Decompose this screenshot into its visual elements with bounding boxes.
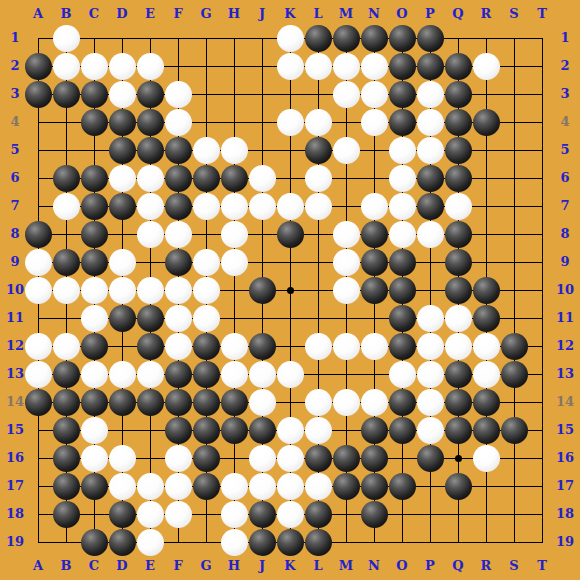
intersection-M4[interactable] [332, 108, 360, 136]
intersection-O3[interactable] [388, 80, 416, 108]
intersection-B14[interactable] [52, 388, 80, 416]
intersection-M9[interactable] [332, 248, 360, 276]
intersection-P10[interactable] [416, 276, 444, 304]
intersection-C13[interactable] [80, 360, 108, 388]
intersection-P4[interactable] [416, 108, 444, 136]
intersection-N5[interactable] [360, 136, 388, 164]
intersection-G13[interactable] [192, 360, 220, 388]
intersection-L18[interactable] [304, 500, 332, 528]
intersection-S14[interactable] [500, 388, 528, 416]
intersection-Q9[interactable] [444, 248, 472, 276]
intersection-C1[interactable] [80, 24, 108, 52]
intersection-L11[interactable] [304, 304, 332, 332]
intersection-F6[interactable] [164, 164, 192, 192]
intersection-N8[interactable] [360, 220, 388, 248]
intersection-F7[interactable] [164, 192, 192, 220]
intersection-G14[interactable] [192, 388, 220, 416]
intersection-H17[interactable] [220, 472, 248, 500]
intersection-M6[interactable] [332, 164, 360, 192]
intersection-K19[interactable] [276, 528, 304, 556]
intersection-N1[interactable] [360, 24, 388, 52]
intersection-F12[interactable] [164, 332, 192, 360]
intersection-G2[interactable] [192, 52, 220, 80]
intersection-J14[interactable] [248, 388, 276, 416]
intersection-G8[interactable] [192, 220, 220, 248]
intersection-P15[interactable] [416, 416, 444, 444]
intersection-P11[interactable] [416, 304, 444, 332]
intersection-R12[interactable] [472, 332, 500, 360]
intersection-F9[interactable] [164, 248, 192, 276]
intersection-L14[interactable] [304, 388, 332, 416]
intersection-R18[interactable] [472, 500, 500, 528]
intersection-M10[interactable] [332, 276, 360, 304]
intersection-D5[interactable] [108, 136, 136, 164]
intersection-D4[interactable] [108, 108, 136, 136]
intersection-G9[interactable] [192, 248, 220, 276]
intersection-G3[interactable] [192, 80, 220, 108]
intersection-E9[interactable] [136, 248, 164, 276]
intersection-A17[interactable] [24, 472, 52, 500]
intersection-C12[interactable] [80, 332, 108, 360]
intersection-H11[interactable] [220, 304, 248, 332]
intersection-D15[interactable] [108, 416, 136, 444]
intersection-D13[interactable] [108, 360, 136, 388]
intersection-A11[interactable] [24, 304, 52, 332]
intersection-G17[interactable] [192, 472, 220, 500]
intersection-Q16[interactable] [444, 444, 472, 472]
intersection-F14[interactable] [164, 388, 192, 416]
intersection-P9[interactable] [416, 248, 444, 276]
intersection-C6[interactable] [80, 164, 108, 192]
intersection-N16[interactable] [360, 444, 388, 472]
intersection-P19[interactable] [416, 528, 444, 556]
intersection-O4[interactable] [388, 108, 416, 136]
intersection-N7[interactable] [360, 192, 388, 220]
intersection-L6[interactable] [304, 164, 332, 192]
intersection-K14[interactable] [276, 388, 304, 416]
intersection-R13[interactable] [472, 360, 500, 388]
intersection-A19[interactable] [24, 528, 52, 556]
intersection-D10[interactable] [108, 276, 136, 304]
intersection-M19[interactable] [332, 528, 360, 556]
intersection-Q6[interactable] [444, 164, 472, 192]
intersection-R4[interactable] [472, 108, 500, 136]
intersection-J8[interactable] [248, 220, 276, 248]
intersection-D7[interactable] [108, 192, 136, 220]
intersection-Q8[interactable] [444, 220, 472, 248]
intersection-G16[interactable] [192, 444, 220, 472]
intersection-S12[interactable] [500, 332, 528, 360]
intersection-O9[interactable] [388, 248, 416, 276]
intersection-O16[interactable] [388, 444, 416, 472]
intersection-F19[interactable] [164, 528, 192, 556]
intersection-L2[interactable] [304, 52, 332, 80]
intersection-S15[interactable] [500, 416, 528, 444]
intersection-J5[interactable] [248, 136, 276, 164]
intersection-N2[interactable] [360, 52, 388, 80]
intersection-D6[interactable] [108, 164, 136, 192]
intersection-N9[interactable] [360, 248, 388, 276]
intersection-R10[interactable] [472, 276, 500, 304]
intersection-J16[interactable] [248, 444, 276, 472]
intersection-M7[interactable] [332, 192, 360, 220]
intersection-M13[interactable] [332, 360, 360, 388]
intersection-Q11[interactable] [444, 304, 472, 332]
intersection-M5[interactable] [332, 136, 360, 164]
intersection-R19[interactable] [472, 528, 500, 556]
intersection-J4[interactable] [248, 108, 276, 136]
intersection-G19[interactable] [192, 528, 220, 556]
intersection-H2[interactable] [220, 52, 248, 80]
intersection-M16[interactable] [332, 444, 360, 472]
intersection-S19[interactable] [500, 528, 528, 556]
intersection-P7[interactable] [416, 192, 444, 220]
intersection-P3[interactable] [416, 80, 444, 108]
intersection-L1[interactable] [304, 24, 332, 52]
intersection-S17[interactable] [500, 472, 528, 500]
intersection-E16[interactable] [136, 444, 164, 472]
intersection-E11[interactable] [136, 304, 164, 332]
intersection-H5[interactable] [220, 136, 248, 164]
intersection-O6[interactable] [388, 164, 416, 192]
intersection-G15[interactable] [192, 416, 220, 444]
intersection-O5[interactable] [388, 136, 416, 164]
intersection-B3[interactable] [52, 80, 80, 108]
intersection-H10[interactable] [220, 276, 248, 304]
intersection-A14[interactable] [24, 388, 52, 416]
intersection-A2[interactable] [24, 52, 52, 80]
intersection-H7[interactable] [220, 192, 248, 220]
intersection-H16[interactable] [220, 444, 248, 472]
intersection-D18[interactable] [108, 500, 136, 528]
intersection-H13[interactable] [220, 360, 248, 388]
intersection-Q4[interactable] [444, 108, 472, 136]
intersection-M15[interactable] [332, 416, 360, 444]
intersection-P2[interactable] [416, 52, 444, 80]
intersection-D17[interactable] [108, 472, 136, 500]
intersection-J11[interactable] [248, 304, 276, 332]
intersection-B7[interactable] [52, 192, 80, 220]
intersection-S8[interactable] [500, 220, 528, 248]
intersection-D3[interactable] [108, 80, 136, 108]
intersection-R7[interactable] [472, 192, 500, 220]
intersection-A12[interactable] [24, 332, 52, 360]
intersection-G12[interactable] [192, 332, 220, 360]
intersection-O15[interactable] [388, 416, 416, 444]
intersection-R9[interactable] [472, 248, 500, 276]
intersection-R2[interactable] [472, 52, 500, 80]
intersection-K4[interactable] [276, 108, 304, 136]
intersection-K18[interactable] [276, 500, 304, 528]
intersection-S11[interactable] [500, 304, 528, 332]
intersection-C5[interactable] [80, 136, 108, 164]
intersection-Q13[interactable] [444, 360, 472, 388]
intersection-A1[interactable] [24, 24, 52, 52]
intersection-S18[interactable] [500, 500, 528, 528]
intersection-E13[interactable] [136, 360, 164, 388]
intersection-F18[interactable] [164, 500, 192, 528]
intersection-J10[interactable] [248, 276, 276, 304]
intersection-K9[interactable] [276, 248, 304, 276]
intersection-Q17[interactable] [444, 472, 472, 500]
intersection-R17[interactable] [472, 472, 500, 500]
intersection-E4[interactable] [136, 108, 164, 136]
intersection-K6[interactable] [276, 164, 304, 192]
intersection-E19[interactable] [136, 528, 164, 556]
intersection-N14[interactable] [360, 388, 388, 416]
intersection-L3[interactable] [304, 80, 332, 108]
intersection-M3[interactable] [332, 80, 360, 108]
intersection-P18[interactable] [416, 500, 444, 528]
intersection-S2[interactable] [500, 52, 528, 80]
intersection-S13[interactable] [500, 360, 528, 388]
intersection-E17[interactable] [136, 472, 164, 500]
intersection-Q1[interactable] [444, 24, 472, 52]
intersection-O7[interactable] [388, 192, 416, 220]
intersection-J9[interactable] [248, 248, 276, 276]
intersection-L15[interactable] [304, 416, 332, 444]
intersection-F3[interactable] [164, 80, 192, 108]
intersection-E3[interactable] [136, 80, 164, 108]
intersection-A6[interactable] [24, 164, 52, 192]
intersection-F16[interactable] [164, 444, 192, 472]
intersection-H6[interactable] [220, 164, 248, 192]
intersection-H14[interactable] [220, 388, 248, 416]
intersection-O14[interactable] [388, 388, 416, 416]
intersection-J13[interactable] [248, 360, 276, 388]
intersection-K8[interactable] [276, 220, 304, 248]
intersection-N17[interactable] [360, 472, 388, 500]
intersection-L17[interactable] [304, 472, 332, 500]
intersection-N3[interactable] [360, 80, 388, 108]
intersection-G7[interactable] [192, 192, 220, 220]
intersection-J2[interactable] [248, 52, 276, 80]
intersection-O12[interactable] [388, 332, 416, 360]
intersection-L13[interactable] [304, 360, 332, 388]
intersection-S10[interactable] [500, 276, 528, 304]
intersection-N6[interactable] [360, 164, 388, 192]
intersection-G5[interactable] [192, 136, 220, 164]
intersection-C9[interactable] [80, 248, 108, 276]
intersection-L7[interactable] [304, 192, 332, 220]
intersection-H1[interactable] [220, 24, 248, 52]
intersection-G10[interactable] [192, 276, 220, 304]
intersection-C19[interactable] [80, 528, 108, 556]
intersection-D1[interactable] [108, 24, 136, 52]
intersection-Q2[interactable] [444, 52, 472, 80]
intersection-J12[interactable] [248, 332, 276, 360]
intersection-J1[interactable] [248, 24, 276, 52]
intersection-D8[interactable] [108, 220, 136, 248]
intersection-M12[interactable] [332, 332, 360, 360]
intersection-K17[interactable] [276, 472, 304, 500]
intersection-K16[interactable] [276, 444, 304, 472]
intersection-S1[interactable] [500, 24, 528, 52]
intersection-L10[interactable] [304, 276, 332, 304]
intersection-C15[interactable] [80, 416, 108, 444]
intersection-J15[interactable] [248, 416, 276, 444]
intersection-S7[interactable] [500, 192, 528, 220]
intersection-A3[interactable] [24, 80, 52, 108]
intersection-M17[interactable] [332, 472, 360, 500]
intersection-P12[interactable] [416, 332, 444, 360]
intersection-N10[interactable] [360, 276, 388, 304]
intersection-E12[interactable] [136, 332, 164, 360]
intersection-H4[interactable] [220, 108, 248, 136]
intersection-J17[interactable] [248, 472, 276, 500]
intersection-S4[interactable] [500, 108, 528, 136]
intersection-N12[interactable] [360, 332, 388, 360]
intersection-K2[interactable] [276, 52, 304, 80]
intersection-F1[interactable] [164, 24, 192, 52]
intersection-O1[interactable] [388, 24, 416, 52]
intersection-E10[interactable] [136, 276, 164, 304]
intersection-C11[interactable] [80, 304, 108, 332]
intersection-K1[interactable] [276, 24, 304, 52]
intersection-K13[interactable] [276, 360, 304, 388]
intersection-B12[interactable] [52, 332, 80, 360]
intersection-D16[interactable] [108, 444, 136, 472]
intersection-M2[interactable] [332, 52, 360, 80]
intersection-F17[interactable] [164, 472, 192, 500]
intersection-L5[interactable] [304, 136, 332, 164]
intersection-P8[interactable] [416, 220, 444, 248]
intersection-A18[interactable] [24, 500, 52, 528]
intersection-R16[interactable] [472, 444, 500, 472]
intersection-F13[interactable] [164, 360, 192, 388]
intersection-O17[interactable] [388, 472, 416, 500]
intersection-P14[interactable] [416, 388, 444, 416]
intersection-R1[interactable] [472, 24, 500, 52]
intersection-F11[interactable] [164, 304, 192, 332]
intersection-D11[interactable] [108, 304, 136, 332]
intersection-O13[interactable] [388, 360, 416, 388]
intersection-N19[interactable] [360, 528, 388, 556]
intersection-J19[interactable] [248, 528, 276, 556]
intersection-R8[interactable] [472, 220, 500, 248]
intersection-Q15[interactable] [444, 416, 472, 444]
intersection-B9[interactable] [52, 248, 80, 276]
intersection-N13[interactable] [360, 360, 388, 388]
intersection-C17[interactable] [80, 472, 108, 500]
intersection-B11[interactable] [52, 304, 80, 332]
intersection-A7[interactable] [24, 192, 52, 220]
intersection-C2[interactable] [80, 52, 108, 80]
intersection-A15[interactable] [24, 416, 52, 444]
intersection-H8[interactable] [220, 220, 248, 248]
intersection-Q14[interactable] [444, 388, 472, 416]
intersection-B8[interactable] [52, 220, 80, 248]
intersection-Q12[interactable] [444, 332, 472, 360]
intersection-C8[interactable] [80, 220, 108, 248]
intersection-M14[interactable] [332, 388, 360, 416]
intersection-L19[interactable] [304, 528, 332, 556]
intersection-K12[interactable] [276, 332, 304, 360]
intersection-R15[interactable] [472, 416, 500, 444]
intersection-L8[interactable] [304, 220, 332, 248]
intersection-S5[interactable] [500, 136, 528, 164]
intersection-C4[interactable] [80, 108, 108, 136]
intersection-E15[interactable] [136, 416, 164, 444]
intersection-C16[interactable] [80, 444, 108, 472]
intersection-Q10[interactable] [444, 276, 472, 304]
intersection-B5[interactable] [52, 136, 80, 164]
intersection-F15[interactable] [164, 416, 192, 444]
intersection-K15[interactable] [276, 416, 304, 444]
intersection-N18[interactable] [360, 500, 388, 528]
intersection-G1[interactable] [192, 24, 220, 52]
intersection-P17[interactable] [416, 472, 444, 500]
intersection-E18[interactable] [136, 500, 164, 528]
intersection-L16[interactable] [304, 444, 332, 472]
intersection-F4[interactable] [164, 108, 192, 136]
intersection-L12[interactable] [304, 332, 332, 360]
intersection-B2[interactable] [52, 52, 80, 80]
intersection-D14[interactable] [108, 388, 136, 416]
intersection-A9[interactable] [24, 248, 52, 276]
intersection-H15[interactable] [220, 416, 248, 444]
intersection-B10[interactable] [52, 276, 80, 304]
intersection-P13[interactable] [416, 360, 444, 388]
intersection-K3[interactable] [276, 80, 304, 108]
intersection-H19[interactable] [220, 528, 248, 556]
intersection-Q5[interactable] [444, 136, 472, 164]
intersection-F10[interactable] [164, 276, 192, 304]
intersection-H9[interactable] [220, 248, 248, 276]
intersection-C7[interactable] [80, 192, 108, 220]
intersection-J7[interactable] [248, 192, 276, 220]
intersection-O10[interactable] [388, 276, 416, 304]
intersection-P6[interactable] [416, 164, 444, 192]
intersection-P1[interactable] [416, 24, 444, 52]
intersection-N4[interactable] [360, 108, 388, 136]
intersection-E2[interactable] [136, 52, 164, 80]
intersection-N15[interactable] [360, 416, 388, 444]
intersection-D2[interactable] [108, 52, 136, 80]
intersection-R6[interactable] [472, 164, 500, 192]
intersection-Q3[interactable] [444, 80, 472, 108]
intersection-C18[interactable] [80, 500, 108, 528]
intersection-B13[interactable] [52, 360, 80, 388]
intersection-K5[interactable] [276, 136, 304, 164]
intersection-Q19[interactable] [444, 528, 472, 556]
intersection-G11[interactable] [192, 304, 220, 332]
intersection-J18[interactable] [248, 500, 276, 528]
intersection-Q7[interactable] [444, 192, 472, 220]
intersection-E7[interactable] [136, 192, 164, 220]
intersection-L9[interactable] [304, 248, 332, 276]
intersection-S16[interactable] [500, 444, 528, 472]
intersection-E5[interactable] [136, 136, 164, 164]
intersection-M11[interactable] [332, 304, 360, 332]
intersection-A10[interactable] [24, 276, 52, 304]
intersection-E1[interactable] [136, 24, 164, 52]
intersection-B6[interactable] [52, 164, 80, 192]
intersection-A4[interactable] [24, 108, 52, 136]
intersection-S6[interactable] [500, 164, 528, 192]
intersection-O8[interactable] [388, 220, 416, 248]
intersection-L4[interactable] [304, 108, 332, 136]
intersection-F8[interactable] [164, 220, 192, 248]
intersection-N11[interactable] [360, 304, 388, 332]
intersection-H3[interactable] [220, 80, 248, 108]
intersection-B4[interactable] [52, 108, 80, 136]
intersection-R5[interactable] [472, 136, 500, 164]
intersection-P5[interactable] [416, 136, 444, 164]
intersection-O18[interactable] [388, 500, 416, 528]
intersection-J6[interactable] [248, 164, 276, 192]
intersection-O11[interactable] [388, 304, 416, 332]
